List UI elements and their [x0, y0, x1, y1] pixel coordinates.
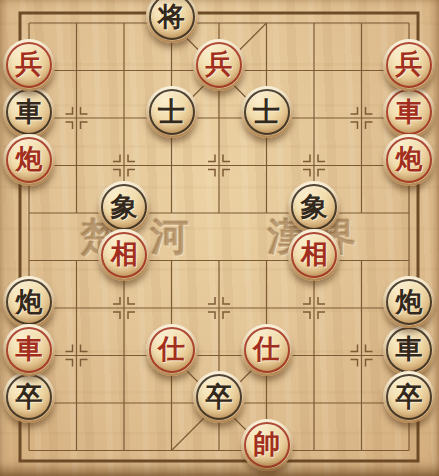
piece-character: 帥	[253, 430, 280, 457]
piece-character: 士	[253, 98, 280, 125]
piece-character: 兵	[206, 50, 233, 77]
black-soldier[interactable]: 卒	[3, 371, 55, 423]
piece-character: 象	[111, 193, 138, 220]
piece-character: 兵	[16, 50, 43, 77]
piece-character: 炮	[396, 145, 423, 172]
red-soldier[interactable]: 兵	[383, 39, 435, 91]
red-advisor[interactable]: 仕	[146, 324, 198, 376]
piece-character: 炮	[16, 145, 43, 172]
red-chariot[interactable]: 車	[3, 324, 55, 376]
black-elephant[interactable]: 象	[288, 181, 340, 233]
piece-character: 炮	[16, 288, 43, 315]
piece-character: 相	[111, 240, 138, 267]
piece-character: 象	[301, 193, 328, 220]
black-advisor[interactable]: 士	[241, 86, 293, 138]
piece-character: 卒	[16, 383, 43, 410]
black-advisor[interactable]: 士	[146, 86, 198, 138]
piece-character: 車	[16, 98, 43, 125]
piece-character: 将	[158, 3, 185, 30]
xiangqi-board[interactable]: 楚河漢界 将士士象象車車炮炮卒卒卒帥仕仕相相車車炮炮兵兵兵	[0, 0, 439, 476]
piece-character: 卒	[396, 383, 423, 410]
red-cannon[interactable]: 炮	[3, 134, 55, 186]
black-soldier[interactable]: 卒	[193, 371, 245, 423]
piece-character: 兵	[396, 50, 423, 77]
piece-character: 相	[301, 240, 328, 267]
piece-character: 車	[16, 335, 43, 362]
black-soldier[interactable]: 卒	[383, 371, 435, 423]
red-advisor[interactable]: 仕	[241, 324, 293, 376]
piece-character: 仕	[158, 335, 185, 362]
piece-character: 車	[396, 98, 423, 125]
red-general[interactable]: 帥	[241, 419, 293, 471]
black-chariot[interactable]: 車	[3, 86, 55, 138]
black-elephant[interactable]: 象	[98, 181, 150, 233]
red-elephant[interactable]: 相	[288, 229, 340, 281]
piece-character: 炮	[396, 288, 423, 315]
red-cannon[interactable]: 炮	[383, 134, 435, 186]
red-chariot[interactable]: 車	[383, 86, 435, 138]
red-soldier[interactable]: 兵	[3, 39, 55, 91]
black-cannon[interactable]: 炮	[3, 276, 55, 328]
piece-character: 仕	[253, 335, 280, 362]
piece-character: 車	[396, 335, 423, 362]
black-cannon[interactable]: 炮	[383, 276, 435, 328]
piece-character: 士	[158, 98, 185, 125]
piece-character: 卒	[206, 383, 233, 410]
black-chariot[interactable]: 車	[383, 324, 435, 376]
red-soldier[interactable]: 兵	[193, 39, 245, 91]
red-elephant[interactable]: 相	[98, 229, 150, 281]
